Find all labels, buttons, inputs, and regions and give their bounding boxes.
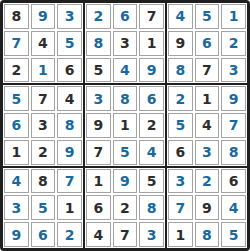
cell-r9c5[interactable]: 7 [113,222,138,247]
cell-r3c9[interactable]: 3 [221,58,246,83]
cell-r7c4[interactable]: 1 [86,169,111,194]
cell-r8c8[interactable]: 9 [195,195,220,220]
cell-r1c8[interactable]: 5 [195,4,220,29]
cell-r8c6[interactable]: 8 [139,195,164,220]
cell-r6c1[interactable]: 1 [4,140,29,165]
cell-r2c6[interactable]: 1 [139,31,164,56]
cell-r2c5[interactable]: 3 [113,31,138,56]
cell-r3c6[interactable]: 9 [139,58,164,83]
cell-r3c5[interactable]: 4 [113,58,138,83]
sudoku-box-7: 487351962 [3,168,83,248]
cell-r1c1[interactable]: 8 [4,4,29,29]
cell-r7c9[interactable]: 6 [221,169,246,194]
sudoku-box-9: 326794185 [167,168,247,248]
cell-r2c2[interactable]: 4 [31,31,56,56]
cell-r5c4[interactable]: 9 [86,113,111,138]
cell-r2c8[interactable]: 6 [195,31,220,56]
cell-r5c2[interactable]: 3 [31,113,56,138]
cell-r9c8[interactable]: 8 [195,222,220,247]
cell-r8c4[interactable]: 6 [86,195,111,220]
cell-r4c5[interactable]: 8 [113,86,138,111]
cell-r8c1[interactable]: 3 [4,195,29,220]
cell-r2c9[interactable]: 2 [221,31,246,56]
cell-r8c5[interactable]: 2 [113,195,138,220]
cell-r4c2[interactable]: 7 [31,86,56,111]
cell-r4c7[interactable]: 2 [168,86,193,111]
cell-r9c9[interactable]: 5 [221,222,246,247]
cell-r4c6[interactable]: 6 [139,86,164,111]
sudoku-box-6: 219547638 [167,85,247,165]
cell-r5c6[interactable]: 2 [139,113,164,138]
cell-r7c5[interactable]: 9 [113,169,138,194]
cell-r2c4[interactable]: 8 [86,31,111,56]
cell-r3c7[interactable]: 8 [168,58,193,83]
cell-r1c9[interactable]: 1 [221,4,246,29]
cell-r5c1[interactable]: 6 [4,113,29,138]
cell-r5c9[interactable]: 7 [221,113,246,138]
cell-r5c8[interactable]: 4 [195,113,220,138]
cell-r1c5[interactable]: 6 [113,4,138,29]
cell-r2c3[interactable]: 5 [57,31,82,56]
cell-r9c2[interactable]: 6 [31,222,56,247]
cell-r9c7[interactable]: 1 [168,222,193,247]
cell-r9c1[interactable]: 9 [4,222,29,247]
cell-r3c8[interactable]: 7 [195,58,220,83]
cell-r5c3[interactable]: 8 [57,113,82,138]
cell-r1c4[interactable]: 2 [86,4,111,29]
cell-r7c8[interactable]: 2 [195,169,220,194]
cell-r7c7[interactable]: 3 [168,169,193,194]
sudoku-box-8: 195628473 [85,168,165,248]
cell-r4c9[interactable]: 9 [221,86,246,111]
cell-r1c3[interactable]: 3 [57,4,82,29]
cell-r4c8[interactable]: 1 [195,86,220,111]
sudoku-board: 8937452162678315494519628735746381293869… [0,0,250,251]
cell-r8c7[interactable]: 7 [168,195,193,220]
cell-r9c3[interactable]: 2 [57,222,82,247]
cell-r2c1[interactable]: 7 [4,31,29,56]
sudoku-box-4: 574638129 [3,85,83,165]
sudoku-box-1: 893745216 [3,3,83,83]
cell-r6c4[interactable]: 7 [86,140,111,165]
cell-r6c8[interactable]: 3 [195,140,220,165]
cell-r3c4[interactable]: 5 [86,58,111,83]
cell-r6c3[interactable]: 9 [57,140,82,165]
cell-r5c5[interactable]: 1 [113,113,138,138]
sudoku-box-2: 267831549 [85,3,165,83]
cell-r6c6[interactable]: 4 [139,140,164,165]
cell-r2c7[interactable]: 9 [168,31,193,56]
cell-r4c1[interactable]: 5 [4,86,29,111]
cell-r8c2[interactable]: 5 [31,195,56,220]
cell-r3c1[interactable]: 2 [4,58,29,83]
cell-r8c9[interactable]: 4 [221,195,246,220]
cell-r1c2[interactable]: 9 [31,4,56,29]
cell-r6c7[interactable]: 6 [168,140,193,165]
cell-r7c1[interactable]: 4 [4,169,29,194]
cell-r5c7[interactable]: 5 [168,113,193,138]
cell-r4c3[interactable]: 4 [57,86,82,111]
sudoku-box-5: 386912754 [85,85,165,165]
cell-r4c4[interactable]: 3 [86,86,111,111]
sudoku-box-3: 451962873 [167,3,247,83]
cell-r6c5[interactable]: 5 [113,140,138,165]
cell-r6c9[interactable]: 8 [221,140,246,165]
cell-r9c6[interactable]: 3 [139,222,164,247]
cell-r7c3[interactable]: 7 [57,169,82,194]
cell-r7c6[interactable]: 5 [139,169,164,194]
cell-r1c6[interactable]: 7 [139,4,164,29]
cell-r6c2[interactable]: 2 [31,140,56,165]
cell-r9c4[interactable]: 4 [86,222,111,247]
cell-r7c2[interactable]: 8 [31,169,56,194]
cell-r8c3[interactable]: 1 [57,195,82,220]
cell-r1c7[interactable]: 4 [168,4,193,29]
cell-r3c2[interactable]: 1 [31,58,56,83]
cell-r3c3[interactable]: 6 [57,58,82,83]
